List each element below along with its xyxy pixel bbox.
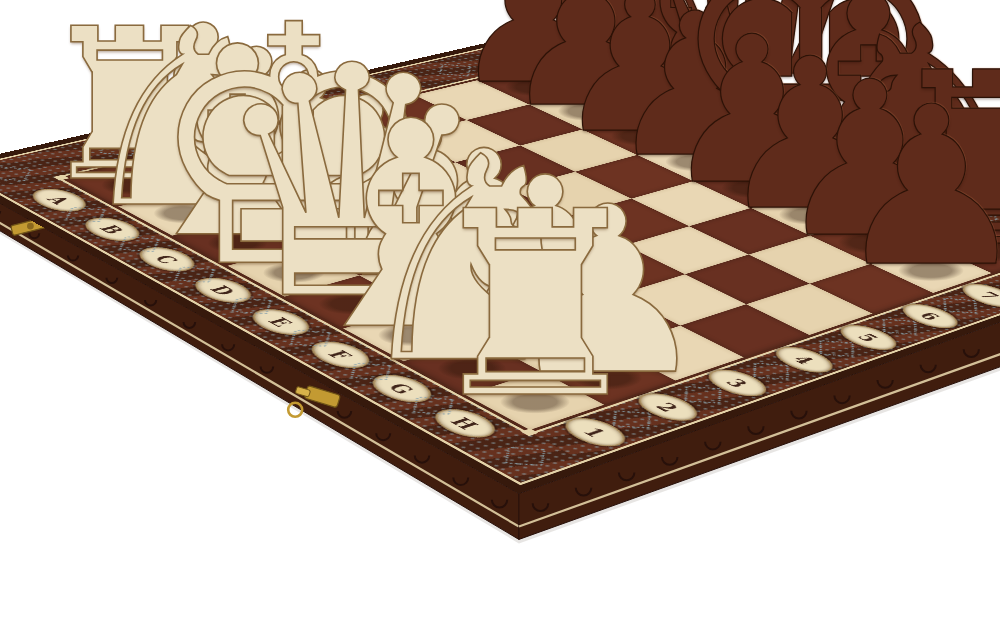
border-ornament [350, 363, 391, 381]
border-ornament [231, 298, 272, 315]
border-ornament [876, 160, 907, 174]
border-ornament [174, 266, 215, 282]
border-ornament [820, 135, 850, 148]
chess-set-photo: ABCDEFGH12345678 ♜♟♞♟♝♟♛♟♟♚♜♟♟♝♞♟♟♞♟♝♜♟♟… [0, 0, 1000, 636]
border-ornament [883, 318, 917, 334]
border-ornament [820, 340, 854, 357]
border-ornament [99, 142, 138, 156]
border-ornament [119, 236, 160, 252]
border-ornament [684, 386, 721, 404]
border-ornament [290, 330, 331, 347]
border-ornament [413, 396, 454, 414]
border-ornament [505, 447, 546, 466]
border-ornament [753, 363, 788, 380]
border-ornament [172, 125, 210, 139]
border-ornament [65, 207, 106, 222]
border-ornament [934, 185, 965, 199]
border-ornament [943, 298, 977, 314]
border-ornament [243, 109, 279, 123]
border-ornament [613, 410, 651, 428]
